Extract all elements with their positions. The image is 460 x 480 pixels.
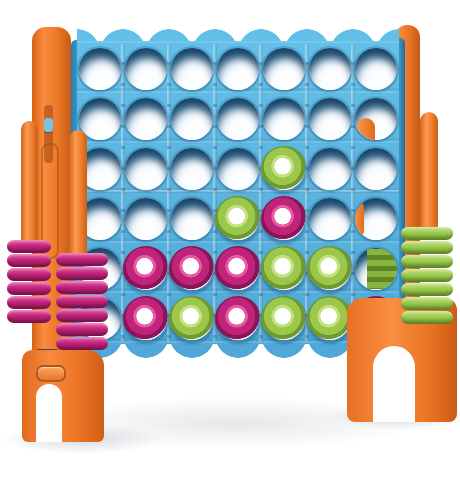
blue-clip	[44, 118, 53, 132]
cell-r5c7	[353, 244, 399, 294]
cell-r6c2	[123, 294, 169, 344]
stacked-ring-magenta	[56, 253, 108, 266]
hole	[263, 98, 305, 140]
stacked-ring-magenta	[56, 309, 108, 322]
ring-magenta	[215, 246, 261, 292]
stacked-ring-green	[401, 241, 453, 254]
ring-magenta	[169, 246, 215, 292]
brand-logo-plate	[36, 365, 66, 382]
ring-magenta	[215, 296, 261, 342]
hole	[217, 98, 259, 140]
cell-r3c2	[123, 144, 169, 194]
hole	[355, 198, 397, 240]
hole	[79, 48, 121, 90]
cell-r1c2	[123, 44, 169, 94]
stacked-ring-magenta	[7, 268, 51, 281]
ring-magenta	[123, 296, 169, 342]
stacked-ring-green	[401, 255, 453, 268]
hole	[309, 48, 351, 90]
hole	[309, 148, 351, 190]
cell-r2c5	[261, 94, 307, 144]
cell-r5c2	[123, 244, 169, 294]
stacked-ring-magenta	[56, 337, 108, 350]
cell-r5c6	[307, 244, 353, 294]
cell-r3c4	[215, 144, 261, 194]
ring-magenta	[123, 246, 169, 292]
product-photo-giant-connect-four: Giant Connect Four set: blue 7x6 board, …	[0, 0, 460, 480]
stacked-ring-magenta	[56, 267, 108, 280]
ring-green	[261, 246, 307, 292]
stacked-ring-green	[401, 269, 453, 282]
right-leg-arch-cutout	[373, 346, 415, 422]
hole	[355, 48, 397, 90]
stacked-ring-green	[401, 297, 453, 310]
hole	[171, 48, 213, 90]
left-leg-arch-cutout	[36, 384, 62, 442]
cell-r1c5	[261, 44, 307, 94]
stack-right	[401, 227, 453, 325]
cell-r6c4	[215, 294, 261, 344]
stacked-ring-magenta	[7, 254, 51, 267]
hole	[355, 148, 397, 190]
ring-green	[215, 196, 261, 242]
hole	[125, 148, 167, 190]
hole	[171, 98, 213, 140]
deco-green-stack	[367, 249, 397, 289]
left-leg	[22, 350, 104, 442]
stacked-ring-green	[401, 227, 453, 240]
stacked-ring-green	[401, 311, 453, 324]
ring-green	[307, 246, 353, 292]
cell-r4c6	[307, 194, 353, 244]
cell-r3c7	[353, 144, 399, 194]
hole	[125, 98, 167, 140]
ring-green	[261, 146, 307, 192]
hole	[263, 48, 305, 90]
stacked-ring-magenta	[56, 323, 108, 336]
cell-r1c4	[215, 44, 261, 94]
cell-r5c3	[169, 244, 215, 294]
cell-r1c3	[169, 44, 215, 94]
hole	[217, 48, 259, 90]
hole	[309, 198, 351, 240]
cell-r2c2	[123, 94, 169, 144]
hole	[125, 48, 167, 90]
cell-r4c2	[123, 194, 169, 244]
cell-r4c4	[215, 194, 261, 244]
ring-magenta	[261, 196, 307, 242]
cell-r3c6	[307, 144, 353, 194]
stacked-ring-magenta	[7, 296, 51, 309]
deco-post-top	[357, 118, 375, 140]
cell-r2c3	[169, 94, 215, 144]
stacked-ring-magenta	[56, 281, 108, 294]
stack-left-outer	[7, 240, 51, 324]
hole	[171, 198, 213, 240]
ring-green	[169, 296, 215, 342]
cell-r1c1	[77, 44, 123, 94]
board-grid	[77, 44, 399, 344]
hole	[355, 98, 397, 140]
stacked-ring-magenta	[56, 295, 108, 308]
stacked-ring-magenta	[7, 240, 51, 253]
cell-r5c4	[215, 244, 261, 294]
cell-r4c3	[169, 194, 215, 244]
cell-r2c6	[307, 94, 353, 144]
cell-r3c5	[261, 144, 307, 194]
left-inner-ring-peg	[69, 130, 87, 260]
hole	[125, 198, 167, 240]
deco-post-side	[355, 202, 364, 236]
cell-r2c4	[215, 94, 261, 144]
stacked-ring-green	[401, 283, 453, 296]
cell-r4c7	[353, 194, 399, 244]
cell-r1c6	[307, 44, 353, 94]
cell-r6c3	[169, 294, 215, 344]
cell-r3c3	[169, 144, 215, 194]
hole	[171, 148, 213, 190]
cell-r2c7	[353, 94, 399, 144]
cell-r6c5	[261, 294, 307, 344]
stack-left-inner	[56, 253, 108, 351]
cell-r1c7	[353, 44, 399, 94]
hole	[355, 248, 397, 290]
right-ring-peg	[420, 112, 438, 234]
stacked-ring-magenta	[7, 282, 51, 295]
stacked-ring-magenta	[7, 310, 51, 323]
hole	[309, 98, 351, 140]
hole	[217, 148, 259, 190]
cell-r4c5	[261, 194, 307, 244]
left-outer-ring-peg	[21, 121, 38, 247]
ring-green	[261, 296, 307, 342]
cell-r5c5	[261, 244, 307, 294]
board-top-scalloped-edge	[77, 28, 399, 42]
